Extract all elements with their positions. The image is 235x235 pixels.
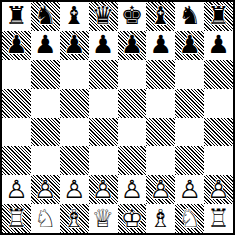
black-pawn-icon: ♟ xyxy=(121,32,143,57)
square-f4[interactable] xyxy=(146,118,175,147)
square-c3[interactable] xyxy=(60,146,89,175)
square-h6[interactable] xyxy=(204,60,233,89)
square-f8[interactable]: ♝ xyxy=(146,2,175,31)
square-f2[interactable]: ♟♙ xyxy=(146,175,175,204)
square-a6[interactable] xyxy=(2,60,31,89)
square-h5[interactable] xyxy=(204,89,233,118)
square-d7[interactable]: ♟ xyxy=(89,31,118,60)
black-pawn-icon: ♟ xyxy=(5,32,27,57)
square-d6[interactable] xyxy=(89,60,118,89)
square-a8[interactable]: ♜ xyxy=(2,2,31,31)
square-g3[interactable] xyxy=(175,146,204,175)
square-f3[interactable] xyxy=(146,146,175,175)
white-rook-icon: ♖ xyxy=(5,206,27,231)
black-bishop-icon: ♝ xyxy=(63,3,85,28)
white-king-icon: ♔ xyxy=(121,206,143,231)
square-c8[interactable]: ♝ xyxy=(60,2,89,31)
square-g8[interactable]: ♞ xyxy=(175,2,204,31)
square-h2[interactable]: ♟♙ xyxy=(204,175,233,204)
white-bishop-icon: ♗ xyxy=(63,206,85,231)
square-e2[interactable]: ♟♙ xyxy=(118,175,147,204)
black-rook-icon: ♜ xyxy=(5,3,27,28)
square-d8[interactable]: ♛ xyxy=(89,2,118,31)
square-f5[interactable] xyxy=(146,89,175,118)
square-a4[interactable] xyxy=(2,118,31,147)
chess-board: ♜♞♝♛♚♝♞♜♟♟♟♟♟♟♟♟♟♙♟♙♟♙♟♙♟♙♟♙♟♙♟♙♜♖♞♘♝♗♛♕… xyxy=(0,0,235,235)
black-pawn-icon: ♟ xyxy=(92,32,114,57)
square-g7[interactable]: ♟ xyxy=(175,31,204,60)
square-e5[interactable] xyxy=(118,89,147,118)
square-e6[interactable] xyxy=(118,60,147,89)
square-b6[interactable] xyxy=(31,60,60,89)
white-pawn-icon: ♙ xyxy=(92,177,114,202)
black-knight-icon: ♞ xyxy=(34,3,56,28)
square-d5[interactable] xyxy=(89,89,118,118)
square-h7[interactable]: ♟ xyxy=(204,31,233,60)
square-g1[interactable]: ♞♘ xyxy=(175,204,204,233)
square-h1[interactable]: ♜♖ xyxy=(204,204,233,233)
black-rook-icon: ♜ xyxy=(207,3,229,28)
square-c1[interactable]: ♝♗ xyxy=(60,204,89,233)
black-pawn-icon: ♟ xyxy=(207,32,229,57)
square-b8[interactable]: ♞ xyxy=(31,2,60,31)
square-c5[interactable] xyxy=(60,89,89,118)
white-pawn-icon: ♙ xyxy=(150,177,172,202)
white-rook-icon: ♖ xyxy=(207,206,229,231)
square-b5[interactable] xyxy=(31,89,60,118)
square-c6[interactable] xyxy=(60,60,89,89)
square-b4[interactable] xyxy=(31,118,60,147)
square-f6[interactable] xyxy=(146,60,175,89)
white-knight-icon: ♘ xyxy=(178,206,200,231)
square-a2[interactable]: ♟♙ xyxy=(2,175,31,204)
white-pawn-icon: ♙ xyxy=(121,177,143,202)
black-knight-icon: ♞ xyxy=(178,3,200,28)
black-pawn-icon: ♟ xyxy=(63,32,85,57)
square-g4[interactable] xyxy=(175,118,204,147)
white-pawn-icon: ♙ xyxy=(207,177,229,202)
square-d2[interactable]: ♟♙ xyxy=(89,175,118,204)
square-a5[interactable] xyxy=(2,89,31,118)
white-knight-icon: ♘ xyxy=(34,206,56,231)
square-d3[interactable] xyxy=(89,146,118,175)
white-pawn-icon: ♙ xyxy=(178,177,200,202)
black-bishop-icon: ♝ xyxy=(150,3,172,28)
black-pawn-icon: ♟ xyxy=(34,32,56,57)
square-a1[interactable]: ♜♖ xyxy=(2,204,31,233)
square-d1[interactable]: ♛♕ xyxy=(89,204,118,233)
square-e8[interactable]: ♚ xyxy=(118,2,147,31)
square-c2[interactable]: ♟♙ xyxy=(60,175,89,204)
square-e3[interactable] xyxy=(118,146,147,175)
square-e7[interactable]: ♟ xyxy=(118,31,147,60)
black-pawn-icon: ♟ xyxy=(150,32,172,57)
square-b1[interactable]: ♞♘ xyxy=(31,204,60,233)
square-g2[interactable]: ♟♙ xyxy=(175,175,204,204)
square-h8[interactable]: ♜ xyxy=(204,2,233,31)
square-h3[interactable] xyxy=(204,146,233,175)
square-d4[interactable] xyxy=(89,118,118,147)
square-a3[interactable] xyxy=(2,146,31,175)
square-c7[interactable]: ♟ xyxy=(60,31,89,60)
square-h4[interactable] xyxy=(204,118,233,147)
square-e4[interactable] xyxy=(118,118,147,147)
square-e1[interactable]: ♚♔ xyxy=(118,204,147,233)
black-queen-icon: ♛ xyxy=(92,3,114,28)
square-f7[interactable]: ♟ xyxy=(146,31,175,60)
white-pawn-icon: ♙ xyxy=(63,177,85,202)
black-king-icon: ♚ xyxy=(121,3,143,28)
square-b7[interactable]: ♟ xyxy=(31,31,60,60)
square-c4[interactable] xyxy=(60,118,89,147)
square-f1[interactable]: ♝♗ xyxy=(146,204,175,233)
white-pawn-icon: ♙ xyxy=(5,177,27,202)
white-pawn-icon: ♙ xyxy=(34,177,56,202)
square-g5[interactable] xyxy=(175,89,204,118)
white-queen-icon: ♕ xyxy=(92,206,114,231)
square-b2[interactable]: ♟♙ xyxy=(31,175,60,204)
square-b3[interactable] xyxy=(31,146,60,175)
white-bishop-icon: ♗ xyxy=(150,206,172,231)
square-g6[interactable] xyxy=(175,60,204,89)
black-pawn-icon: ♟ xyxy=(178,32,200,57)
square-a7[interactable]: ♟ xyxy=(2,31,31,60)
